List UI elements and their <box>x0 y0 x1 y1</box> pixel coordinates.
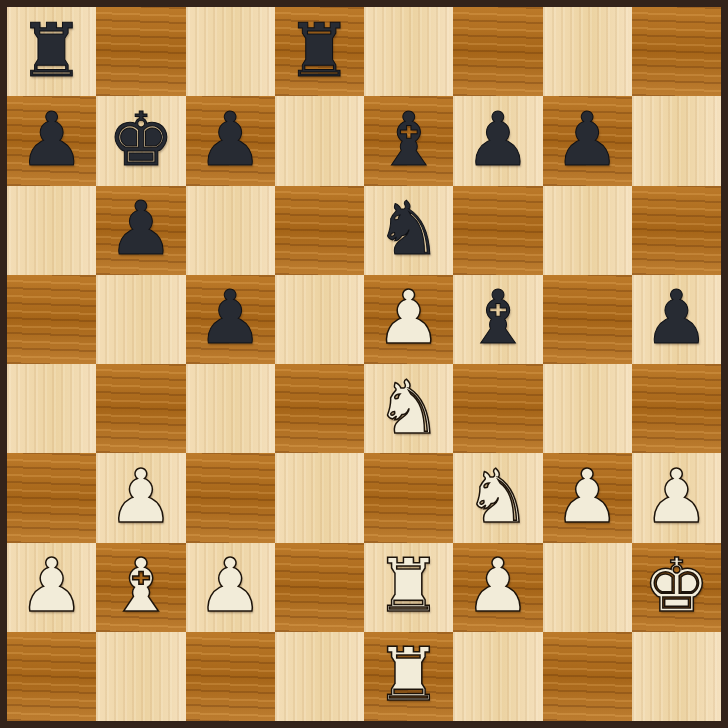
square-b8[interactable] <box>96 7 185 96</box>
square-h5[interactable]: ♟ <box>632 275 721 364</box>
piece-black-pawn-h5[interactable]: ♟ <box>643 280 709 354</box>
piece-white-knight-e4[interactable]: ♞ <box>375 370 441 444</box>
square-d2[interactable] <box>275 543 364 632</box>
square-h2[interactable]: ♚ <box>632 543 721 632</box>
square-g5[interactable] <box>543 275 632 364</box>
square-h6[interactable] <box>632 186 721 275</box>
square-g1[interactable] <box>543 632 632 721</box>
square-c3[interactable] <box>186 453 275 542</box>
square-c8[interactable] <box>186 7 275 96</box>
piece-white-pawn-a2[interactable]: ♟ <box>18 548 84 622</box>
square-a4[interactable] <box>7 364 96 453</box>
square-e6[interactable]: ♞ <box>364 186 453 275</box>
square-d6[interactable] <box>275 186 364 275</box>
square-c7[interactable]: ♟ <box>186 96 275 185</box>
square-g6[interactable] <box>543 186 632 275</box>
square-c6[interactable] <box>186 186 275 275</box>
square-c2[interactable]: ♟ <box>186 543 275 632</box>
piece-black-pawn-b6[interactable]: ♟ <box>108 191 174 265</box>
square-a6[interactable] <box>7 186 96 275</box>
square-c4[interactable] <box>186 364 275 453</box>
piece-white-rook-e2[interactable]: ♜ <box>375 548 441 622</box>
square-h1[interactable] <box>632 632 721 721</box>
square-e7[interactable]: ♝ <box>364 96 453 185</box>
square-c5[interactable]: ♟ <box>186 275 275 364</box>
piece-white-pawn-g3[interactable]: ♟ <box>554 459 620 533</box>
piece-white-rook-e1[interactable]: ♜ <box>375 637 441 711</box>
square-b5[interactable] <box>96 275 185 364</box>
square-d7[interactable] <box>275 96 364 185</box>
square-d3[interactable] <box>275 453 364 542</box>
square-d1[interactable] <box>275 632 364 721</box>
square-f2[interactable]: ♟ <box>453 543 542 632</box>
piece-white-pawn-h3[interactable]: ♟ <box>643 459 709 533</box>
piece-white-pawn-c2[interactable]: ♟ <box>197 548 263 622</box>
square-a1[interactable] <box>7 632 96 721</box>
square-g7[interactable]: ♟ <box>543 96 632 185</box>
square-b4[interactable] <box>96 364 185 453</box>
square-a2[interactable]: ♟ <box>7 543 96 632</box>
square-c1[interactable] <box>186 632 275 721</box>
square-a5[interactable] <box>7 275 96 364</box>
square-g3[interactable]: ♟ <box>543 453 632 542</box>
square-f8[interactable] <box>453 7 542 96</box>
square-f7[interactable]: ♟ <box>453 96 542 185</box>
square-d5[interactable] <box>275 275 364 364</box>
piece-black-pawn-c7[interactable]: ♟ <box>197 102 263 176</box>
piece-black-knight-e6[interactable]: ♞ <box>375 191 441 265</box>
square-b3[interactable]: ♟ <box>96 453 185 542</box>
square-a3[interactable] <box>7 453 96 542</box>
square-e3[interactable] <box>364 453 453 542</box>
piece-white-pawn-f2[interactable]: ♟ <box>465 548 531 622</box>
square-d4[interactable] <box>275 364 364 453</box>
piece-black-pawn-g7[interactable]: ♟ <box>554 102 620 176</box>
square-f4[interactable] <box>453 364 542 453</box>
square-f6[interactable] <box>453 186 542 275</box>
piece-black-bishop-e7[interactable]: ♝ <box>375 102 441 176</box>
square-d8[interactable]: ♜ <box>275 7 364 96</box>
piece-black-rook-d8[interactable]: ♜ <box>286 13 352 87</box>
square-h8[interactable] <box>632 7 721 96</box>
piece-black-bishop-f5[interactable]: ♝ <box>465 280 531 354</box>
piece-black-king-b7[interactable]: ♚ <box>108 102 174 176</box>
piece-black-rook-a8[interactable]: ♜ <box>18 13 84 87</box>
piece-white-knight-f3[interactable]: ♞ <box>465 459 531 533</box>
square-e2[interactable]: ♜ <box>364 543 453 632</box>
square-h3[interactable]: ♟ <box>632 453 721 542</box>
square-b6[interactable]: ♟ <box>96 186 185 275</box>
square-f3[interactable]: ♞ <box>453 453 542 542</box>
square-h7[interactable] <box>632 96 721 185</box>
square-g4[interactable] <box>543 364 632 453</box>
square-e8[interactable] <box>364 7 453 96</box>
square-g2[interactable] <box>543 543 632 632</box>
piece-white-bishop-b2[interactable]: ♝ <box>108 548 174 622</box>
square-b7[interactable]: ♚ <box>96 96 185 185</box>
square-a8[interactable]: ♜ <box>7 7 96 96</box>
square-f1[interactable] <box>453 632 542 721</box>
square-e1[interactable]: ♜ <box>364 632 453 721</box>
piece-black-pawn-a7[interactable]: ♟ <box>18 102 84 176</box>
piece-white-pawn-e5[interactable]: ♟ <box>375 280 441 354</box>
square-b2[interactable]: ♝ <box>96 543 185 632</box>
piece-white-pawn-b3[interactable]: ♟ <box>108 459 174 533</box>
chess-board: ♜♜♟♚♟♝♟♟♟♞♟♟♝♟♞♟♞♟♟♟♝♟♜♟♚♜ <box>0 0 728 728</box>
piece-black-pawn-c5[interactable]: ♟ <box>197 280 263 354</box>
square-b1[interactable] <box>96 632 185 721</box>
piece-black-pawn-f7[interactable]: ♟ <box>465 102 531 176</box>
square-h4[interactable] <box>632 364 721 453</box>
square-e4[interactable]: ♞ <box>364 364 453 453</box>
square-a7[interactable]: ♟ <box>7 96 96 185</box>
square-f5[interactable]: ♝ <box>453 275 542 364</box>
square-g8[interactable] <box>543 7 632 96</box>
square-e5[interactable]: ♟ <box>364 275 453 364</box>
piece-white-king-h2[interactable]: ♚ <box>643 548 709 622</box>
